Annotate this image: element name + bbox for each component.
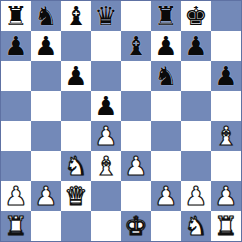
square-b8[interactable]: ♞ xyxy=(31,1,61,31)
square-h2[interactable]: ♟ xyxy=(211,181,241,211)
square-e5[interactable] xyxy=(121,91,151,121)
square-f6[interactable]: ♞ xyxy=(151,61,181,91)
square-h8[interactable] xyxy=(211,1,241,31)
square-e8[interactable] xyxy=(121,1,151,31)
piece-white-queen[interactable]: ♛ xyxy=(64,181,87,211)
piece-black-queen[interactable]: ♛ xyxy=(94,1,117,31)
square-h6[interactable]: ♟ xyxy=(211,61,241,91)
piece-black-pawn[interactable]: ♟ xyxy=(94,91,117,121)
square-a7[interactable]: ♟ xyxy=(1,31,31,61)
square-f4[interactable] xyxy=(151,121,181,151)
piece-black-pawn[interactable]: ♟ xyxy=(34,31,57,61)
square-d1[interactable] xyxy=(91,211,121,241)
square-c3[interactable]: ♞ xyxy=(61,151,91,181)
square-d6[interactable] xyxy=(91,61,121,91)
piece-white-rook[interactable]: ♜ xyxy=(4,211,27,241)
square-a6[interactable] xyxy=(1,61,31,91)
square-b4[interactable] xyxy=(31,121,61,151)
piece-black-knight[interactable]: ♞ xyxy=(154,61,177,91)
square-g4[interactable] xyxy=(181,121,211,151)
square-d4[interactable]: ♟ xyxy=(91,121,121,151)
square-b7[interactable]: ♟ xyxy=(31,31,61,61)
square-a1[interactable]: ♜ xyxy=(1,211,31,241)
piece-black-pawn[interactable]: ♟ xyxy=(64,61,87,91)
square-c8[interactable]: ♝ xyxy=(61,1,91,31)
square-e7[interactable]: ♝ xyxy=(121,31,151,61)
chess-board: ♜♞♝♛♜♚♟♟♝♟♟♟♞♟♟♟♝♞♝♟♟♟♛♟♟♟♜♚♞♜ xyxy=(0,0,242,242)
piece-black-pawn[interactable]: ♟ xyxy=(154,31,177,61)
square-d5[interactable]: ♟ xyxy=(91,91,121,121)
piece-black-pawn[interactable]: ♟ xyxy=(184,31,207,61)
square-d2[interactable] xyxy=(91,181,121,211)
square-e1[interactable]: ♚ xyxy=(121,211,151,241)
piece-white-pawn[interactable]: ♟ xyxy=(214,181,237,211)
piece-white-pawn[interactable]: ♟ xyxy=(94,121,117,151)
square-d8[interactable]: ♛ xyxy=(91,1,121,31)
piece-black-pawn[interactable]: ♟ xyxy=(214,61,237,91)
piece-white-pawn[interactable]: ♟ xyxy=(184,181,207,211)
square-f8[interactable]: ♜ xyxy=(151,1,181,31)
square-b5[interactable] xyxy=(31,91,61,121)
square-a8[interactable]: ♜ xyxy=(1,1,31,31)
square-f5[interactable] xyxy=(151,91,181,121)
piece-white-bishop[interactable]: ♝ xyxy=(214,121,237,151)
square-c6[interactable]: ♟ xyxy=(61,61,91,91)
square-g8[interactable]: ♚ xyxy=(181,1,211,31)
square-c2[interactable]: ♛ xyxy=(61,181,91,211)
square-c4[interactable] xyxy=(61,121,91,151)
square-c7[interactable] xyxy=(61,31,91,61)
piece-black-rook[interactable]: ♜ xyxy=(154,1,177,31)
square-b6[interactable] xyxy=(31,61,61,91)
square-d7[interactable] xyxy=(91,31,121,61)
square-h7[interactable] xyxy=(211,31,241,61)
piece-white-bishop[interactable]: ♝ xyxy=(94,151,117,181)
square-g6[interactable] xyxy=(181,61,211,91)
piece-black-rook[interactable]: ♜ xyxy=(4,1,27,31)
square-d3[interactable]: ♝ xyxy=(91,151,121,181)
piece-black-knight[interactable]: ♞ xyxy=(34,1,57,31)
square-f2[interactable]: ♟ xyxy=(151,181,181,211)
square-c5[interactable] xyxy=(61,91,91,121)
square-g2[interactable]: ♟ xyxy=(181,181,211,211)
piece-black-pawn[interactable]: ♟ xyxy=(4,31,27,61)
square-b3[interactable] xyxy=(31,151,61,181)
piece-white-knight[interactable]: ♞ xyxy=(64,151,87,181)
piece-white-pawn[interactable]: ♟ xyxy=(124,151,147,181)
square-g5[interactable] xyxy=(181,91,211,121)
square-b1[interactable] xyxy=(31,211,61,241)
square-g3[interactable] xyxy=(181,151,211,181)
square-h1[interactable]: ♜ xyxy=(211,211,241,241)
piece-white-knight[interactable]: ♞ xyxy=(184,211,207,241)
piece-black-bishop[interactable]: ♝ xyxy=(124,31,147,61)
square-g7[interactable]: ♟ xyxy=(181,31,211,61)
square-a3[interactable] xyxy=(1,151,31,181)
square-e4[interactable] xyxy=(121,121,151,151)
square-g1[interactable]: ♞ xyxy=(181,211,211,241)
piece-white-pawn[interactable]: ♟ xyxy=(154,181,177,211)
square-e2[interactable] xyxy=(121,181,151,211)
square-a2[interactable]: ♟ xyxy=(1,181,31,211)
square-h4[interactable]: ♝ xyxy=(211,121,241,151)
square-b2[interactable]: ♟ xyxy=(31,181,61,211)
piece-white-rook[interactable]: ♜ xyxy=(214,211,237,241)
square-c1[interactable] xyxy=(61,211,91,241)
square-e6[interactable] xyxy=(121,61,151,91)
piece-black-king[interactable]: ♚ xyxy=(184,1,207,31)
square-f1[interactable] xyxy=(151,211,181,241)
square-a5[interactable] xyxy=(1,91,31,121)
square-f3[interactable] xyxy=(151,151,181,181)
piece-white-king[interactable]: ♚ xyxy=(124,211,147,241)
piece-white-pawn[interactable]: ♟ xyxy=(34,181,57,211)
square-h3[interactable] xyxy=(211,151,241,181)
piece-white-pawn[interactable]: ♟ xyxy=(4,181,27,211)
square-f7[interactable]: ♟ xyxy=(151,31,181,61)
square-h5[interactable] xyxy=(211,91,241,121)
square-e3[interactable]: ♟ xyxy=(121,151,151,181)
square-a4[interactable] xyxy=(1,121,31,151)
piece-black-bishop[interactable]: ♝ xyxy=(64,1,87,31)
